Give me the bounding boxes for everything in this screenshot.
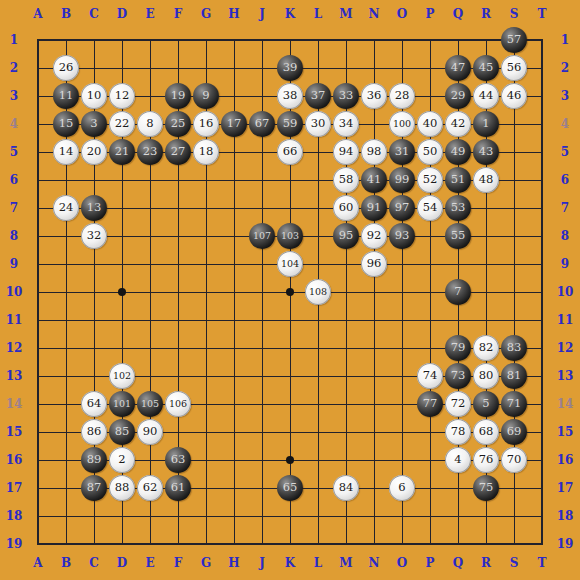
coordinate-label: S	[510, 8, 519, 20]
coordinate-label: 10	[557, 286, 574, 298]
stone-Q10: 7	[445, 279, 471, 305]
stone-R15: 68	[473, 419, 499, 445]
coordinate-label: C	[89, 8, 99, 20]
coordinate-label: 6	[561, 174, 569, 186]
coordinate-label: P	[425, 557, 434, 569]
coordinate-label: K	[285, 557, 295, 569]
coordinate-label: Q	[453, 8, 463, 20]
coordinate-label: L	[314, 8, 322, 20]
stone-C14: 64	[81, 391, 107, 417]
stone-S14: 71	[501, 391, 527, 417]
stone-R5: 43	[473, 139, 499, 165]
stone-P13: 74	[417, 363, 443, 389]
stone-C5: 20	[81, 139, 107, 165]
stone-M3: 33	[333, 83, 359, 109]
coordinate-label: 19	[6, 538, 23, 550]
coordinate-label: 7	[561, 202, 569, 214]
coordinate-label: C	[89, 557, 99, 569]
coordinate-label: 13	[6, 370, 23, 382]
stone-E15: 90	[137, 419, 163, 445]
coordinate-label: 13	[557, 370, 574, 382]
coordinate-label: G	[201, 557, 211, 569]
coordinate-label: A	[33, 557, 42, 569]
stone-B3: 11	[53, 83, 79, 109]
stone-E4: 8	[137, 111, 163, 137]
coordinate-label: 11	[557, 314, 574, 326]
stone-B2: 26	[53, 55, 79, 81]
coordinate-label: A	[33, 8, 42, 20]
stone-K9: 104	[277, 251, 303, 277]
stone-C15: 86	[81, 419, 107, 445]
stone-B5: 14	[53, 139, 79, 165]
stone-P6: 52	[417, 167, 443, 193]
coordinate-label: N	[369, 557, 380, 569]
stone-G5: 18	[193, 139, 219, 165]
coordinate-label: D	[117, 557, 127, 569]
coordinate-label: 9	[561, 258, 569, 270]
stone-S16: 70	[501, 447, 527, 473]
stone-C4: 3	[81, 111, 107, 137]
star-point	[286, 456, 294, 464]
stone-N6: 41	[361, 167, 387, 193]
stone-K8: 103	[277, 223, 303, 249]
stone-F17: 61	[165, 475, 191, 501]
stone-R2: 45	[473, 55, 499, 81]
stone-Q16: 4	[445, 447, 471, 473]
coordinate-label: 3	[10, 90, 18, 102]
coordinate-label: 18	[6, 510, 23, 522]
stone-P5: 50	[417, 139, 443, 165]
stone-P4: 40	[417, 111, 443, 137]
coordinate-label: 11	[6, 314, 23, 326]
stone-O6: 99	[389, 167, 415, 193]
stone-Q14: 72	[445, 391, 471, 417]
stone-R16: 76	[473, 447, 499, 473]
stone-K3: 38	[277, 83, 303, 109]
coordinate-label: B	[61, 8, 71, 20]
coordinate-label: S	[510, 557, 519, 569]
stone-O8: 93	[389, 223, 415, 249]
stone-N3: 36	[361, 83, 387, 109]
stone-K17: 65	[277, 475, 303, 501]
grid-line-h	[38, 516, 542, 517]
coordinate-label: 1	[10, 34, 18, 46]
coordinate-label: M	[339, 8, 352, 20]
stone-C17: 87	[81, 475, 107, 501]
stone-C7: 13	[81, 195, 107, 221]
stone-P14: 77	[417, 391, 443, 417]
stone-L10: 108	[305, 279, 331, 305]
stone-O5: 31	[389, 139, 415, 165]
stone-D3: 12	[109, 83, 135, 109]
coordinate-label: 9	[10, 258, 18, 270]
stone-M8: 95	[333, 223, 359, 249]
star-point	[118, 288, 126, 296]
stone-R13: 80	[473, 363, 499, 389]
coordinate-label: 15	[6, 426, 23, 438]
coordinate-label: N	[369, 8, 380, 20]
stone-Q2: 47	[445, 55, 471, 81]
coordinate-label: E	[145, 8, 154, 20]
coordinate-label: 2	[10, 62, 18, 74]
stone-O7: 97	[389, 195, 415, 221]
coordinate-label: 16	[6, 454, 23, 466]
coordinate-label: K	[285, 8, 295, 20]
stone-S1: 57	[501, 27, 527, 53]
stone-F4: 25	[165, 111, 191, 137]
coordinate-label: 17	[6, 482, 23, 494]
coordinate-label: L	[314, 557, 322, 569]
coordinate-label: H	[228, 557, 239, 569]
coordinate-label: J	[259, 8, 265, 20]
stone-G3: 9	[193, 83, 219, 109]
coordinate-label: 6	[10, 174, 18, 186]
stone-L4: 30	[305, 111, 331, 137]
stone-K2: 39	[277, 55, 303, 81]
stone-C16: 89	[81, 447, 107, 473]
coordinate-label: 2	[561, 62, 569, 74]
stone-D4: 22	[109, 111, 135, 137]
stone-C3: 10	[81, 83, 107, 109]
stone-Q15: 78	[445, 419, 471, 445]
stone-J8: 107	[249, 223, 275, 249]
grid-line-v	[374, 40, 375, 544]
coordinate-label: 16	[557, 454, 574, 466]
coordinate-label: 1	[561, 34, 569, 46]
stone-Q8: 55	[445, 223, 471, 249]
coordinate-label: 15	[557, 426, 574, 438]
stone-C8: 32	[81, 223, 107, 249]
stone-Q13: 73	[445, 363, 471, 389]
stone-M5: 94	[333, 139, 359, 165]
stone-O4: 100	[389, 111, 415, 137]
coordinate-label: 5	[561, 146, 569, 158]
stone-B7: 24	[53, 195, 79, 221]
stone-J4: 67	[249, 111, 275, 137]
stone-P7: 54	[417, 195, 443, 221]
stone-R6: 48	[473, 167, 499, 193]
coordinate-label: 8	[561, 230, 569, 242]
coordinate-label: F	[174, 8, 183, 20]
stone-D14: 101	[109, 391, 135, 417]
coordinate-label: G	[201, 8, 211, 20]
stone-N9: 96	[361, 251, 387, 277]
coordinate-label: T	[538, 8, 547, 20]
stone-Q6: 51	[445, 167, 471, 193]
stone-S12: 83	[501, 335, 527, 361]
stone-S2: 56	[501, 55, 527, 81]
coordinate-label: 10	[6, 286, 23, 298]
coordinate-label: M	[339, 557, 352, 569]
coordinate-label: H	[228, 8, 239, 20]
stone-E17: 62	[137, 475, 163, 501]
coordinate-label: 4	[561, 118, 569, 130]
coordinate-label: Q	[453, 557, 463, 569]
coordinate-label: R	[481, 8, 491, 20]
stone-F3: 19	[165, 83, 191, 109]
stone-N7: 91	[361, 195, 387, 221]
stone-F16: 63	[165, 447, 191, 473]
stone-R3: 44	[473, 83, 499, 109]
grid-line-h	[38, 320, 542, 321]
stone-Q12: 79	[445, 335, 471, 361]
coordinate-label: D	[117, 8, 127, 20]
stone-G4: 16	[193, 111, 219, 137]
stone-R14: 5	[473, 391, 499, 417]
coordinate-label: J	[259, 557, 265, 569]
coordinate-label: P	[425, 8, 434, 20]
stone-S15: 69	[501, 419, 527, 445]
go-board-diagram[interactable]: ABCDEFGHJKLMNOPQRST ABCDEFGHJKLMNOPQRST …	[0, 0, 580, 580]
stone-R12: 82	[473, 335, 499, 361]
stone-D16: 2	[109, 447, 135, 473]
coordinate-label: E	[145, 557, 154, 569]
stone-D13: 102	[109, 363, 135, 389]
stone-F5: 27	[165, 139, 191, 165]
stone-R17: 75	[473, 475, 499, 501]
coordinate-label: 17	[557, 482, 574, 494]
stone-S3: 46	[501, 83, 527, 109]
stone-K5: 66	[277, 139, 303, 165]
coordinate-label: 7	[10, 202, 18, 214]
stone-O3: 28	[389, 83, 415, 109]
stone-D17: 88	[109, 475, 135, 501]
stone-E5: 23	[137, 139, 163, 165]
stone-N5: 98	[361, 139, 387, 165]
coordinate-label: T	[538, 557, 547, 569]
stone-N8: 92	[361, 223, 387, 249]
stone-D15: 85	[109, 419, 135, 445]
stone-Q5: 49	[445, 139, 471, 165]
stone-D5: 21	[109, 139, 135, 165]
coordinate-label: O	[397, 8, 407, 20]
coordinate-label: O	[397, 557, 407, 569]
coordinate-label: 3	[561, 90, 569, 102]
coordinate-label: 14	[557, 398, 574, 410]
stone-M17: 84	[333, 475, 359, 501]
stone-Q3: 29	[445, 83, 471, 109]
stone-K4: 59	[277, 111, 303, 137]
coordinate-label: 14	[6, 398, 23, 410]
coordinate-label: 12	[557, 342, 574, 354]
coordinate-label: 4	[10, 118, 18, 130]
stone-B4: 15	[53, 111, 79, 137]
star-point	[286, 288, 294, 296]
stone-L3: 37	[305, 83, 331, 109]
stone-F14: 106	[165, 391, 191, 417]
stone-M4: 34	[333, 111, 359, 137]
stone-M6: 58	[333, 167, 359, 193]
coordinate-label: 19	[557, 538, 574, 550]
stone-R4: 1	[473, 111, 499, 137]
stone-S13: 81	[501, 363, 527, 389]
coordinate-label: 18	[557, 510, 574, 522]
coordinate-label: F	[174, 557, 183, 569]
coordinate-label: 12	[6, 342, 23, 354]
stone-M7: 60	[333, 195, 359, 221]
coordinate-label: B	[61, 557, 71, 569]
stone-Q7: 53	[445, 195, 471, 221]
coordinate-label: 5	[10, 146, 18, 158]
coordinate-label: R	[481, 557, 491, 569]
stone-E14: 105	[137, 391, 163, 417]
stone-H4: 17	[221, 111, 247, 137]
stone-O17: 6	[389, 475, 415, 501]
coordinate-label: 8	[10, 230, 18, 242]
stone-Q4: 42	[445, 111, 471, 137]
